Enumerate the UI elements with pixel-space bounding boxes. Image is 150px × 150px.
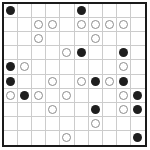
cell-r9c1[interactable] [18, 131, 32, 145]
cell-r2c7[interactable] [103, 32, 117, 46]
cell-r4c8[interactable] [117, 60, 131, 74]
black-pearl [133, 91, 142, 100]
white-pearl [77, 20, 86, 29]
cell-r3c8[interactable] [117, 46, 131, 60]
cell-r7c2[interactable] [32, 103, 46, 117]
black-pearl [6, 6, 15, 15]
cell-r7c5[interactable] [75, 103, 89, 117]
white-pearl [48, 20, 57, 29]
black-pearl [133, 133, 142, 142]
white-pearl [62, 91, 71, 100]
white-pearl [34, 91, 43, 100]
black-pearl [91, 105, 100, 114]
cell-r2c9[interactable] [131, 32, 145, 46]
black-pearl [6, 62, 15, 71]
cell-r5c6[interactable] [89, 75, 103, 89]
cell-r4c4[interactable] [60, 60, 74, 74]
cell-r0c5[interactable] [75, 4, 89, 18]
cell-r9c3[interactable] [46, 131, 60, 145]
cell-r4c5[interactable] [75, 60, 89, 74]
cell-r4c0[interactable] [4, 60, 18, 74]
white-pearl [119, 20, 128, 29]
cell-r3c7[interactable] [103, 46, 117, 60]
cell-r6c0[interactable] [4, 89, 18, 103]
cell-r0c8[interactable] [117, 4, 131, 18]
white-pearl [6, 91, 15, 100]
cell-r4c6[interactable] [89, 60, 103, 74]
cell-r1c6[interactable] [89, 18, 103, 32]
cell-r8c2[interactable] [32, 117, 46, 131]
cell-r0c4[interactable] [60, 4, 74, 18]
cell-r3c1[interactable] [18, 46, 32, 60]
cell-r5c3[interactable] [46, 75, 60, 89]
cell-r7c3[interactable] [46, 103, 60, 117]
cell-r5c9[interactable] [131, 75, 145, 89]
cell-r9c6[interactable] [89, 131, 103, 145]
cell-r3c9[interactable] [131, 46, 145, 60]
white-pearl [48, 77, 57, 86]
cell-r2c3[interactable] [46, 32, 60, 46]
cell-r5c8[interactable] [117, 75, 131, 89]
cell-r9c9[interactable] [131, 131, 145, 145]
cell-r7c4[interactable] [60, 103, 74, 117]
white-pearl [77, 77, 86, 86]
cell-r8c3[interactable] [46, 117, 60, 131]
cell-r1c5[interactable] [75, 18, 89, 32]
cell-r9c8[interactable] [117, 131, 131, 145]
white-pearl [48, 105, 57, 114]
white-pearl [119, 62, 128, 71]
cell-r9c2[interactable] [32, 131, 46, 145]
black-pearl [119, 77, 128, 86]
cell-r4c9[interactable] [131, 60, 145, 74]
cell-r5c0[interactable] [4, 75, 18, 89]
black-pearl [119, 48, 128, 57]
cell-r8c5[interactable] [75, 117, 89, 131]
cell-r6c4[interactable] [60, 89, 74, 103]
cell-r5c4[interactable] [60, 75, 74, 89]
white-pearl [62, 133, 71, 142]
white-pearl [119, 105, 128, 114]
black-pearl [133, 105, 142, 114]
cell-r2c4[interactable] [60, 32, 74, 46]
cell-r2c5[interactable] [75, 32, 89, 46]
cell-r6c1[interactable] [18, 89, 32, 103]
cell-r0c6[interactable] [89, 4, 103, 18]
cell-r2c1[interactable] [18, 32, 32, 46]
cell-r3c3[interactable] [46, 46, 60, 60]
cell-r4c2[interactable] [32, 60, 46, 74]
cell-r3c4[interactable] [60, 46, 74, 60]
cell-r3c6[interactable] [89, 46, 103, 60]
white-pearl [91, 20, 100, 29]
cell-r2c2[interactable] [32, 32, 46, 46]
cell-r6c3[interactable] [46, 89, 60, 103]
cell-r6c7[interactable] [103, 89, 117, 103]
cell-r0c3[interactable] [46, 4, 60, 18]
cell-r1c9[interactable] [131, 18, 145, 32]
cell-r6c9[interactable] [131, 89, 145, 103]
white-pearl [105, 20, 114, 29]
masyu-board [2, 2, 147, 147]
cell-r0c2[interactable] [32, 4, 46, 18]
white-pearl [20, 62, 29, 71]
cell-r4c1[interactable] [18, 60, 32, 74]
cell-r9c7[interactable] [103, 131, 117, 145]
cell-r5c2[interactable] [32, 75, 46, 89]
cell-r1c8[interactable] [117, 18, 131, 32]
cell-r5c5[interactable] [75, 75, 89, 89]
cell-r6c5[interactable] [75, 89, 89, 103]
cell-r0c7[interactable] [103, 4, 117, 18]
cell-r0c1[interactable] [18, 4, 32, 18]
cell-r4c3[interactable] [46, 60, 60, 74]
cell-r8c1[interactable] [18, 117, 32, 131]
white-pearl [91, 119, 100, 128]
cell-r6c8[interactable] [117, 89, 131, 103]
cell-r4c7[interactable] [103, 60, 117, 74]
cell-r6c2[interactable] [32, 89, 46, 103]
cell-r3c5[interactable] [75, 46, 89, 60]
cell-r1c4[interactable] [60, 18, 74, 32]
cell-r7c7[interactable] [103, 103, 117, 117]
cell-r0c9[interactable] [131, 4, 145, 18]
white-pearl [34, 20, 43, 29]
white-pearl [105, 77, 114, 86]
white-pearl [119, 91, 128, 100]
cell-r1c2[interactable] [32, 18, 46, 32]
white-pearl [62, 48, 71, 57]
cell-r3c2[interactable] [32, 46, 46, 60]
cell-r8c4[interactable] [60, 117, 74, 131]
cell-r7c9[interactable] [131, 103, 145, 117]
black-pearl [20, 91, 29, 100]
cell-r2c6[interactable] [89, 32, 103, 46]
cell-r3c0[interactable] [4, 46, 18, 60]
cell-r9c5[interactable] [75, 131, 89, 145]
cell-r0c0[interactable] [4, 4, 18, 18]
cell-r5c7[interactable] [103, 75, 117, 89]
cell-r7c6[interactable] [89, 103, 103, 117]
cell-r9c0[interactable] [4, 131, 18, 145]
masyu-puzzle-page [0, 0, 150, 150]
cell-r9c4[interactable] [60, 131, 74, 145]
cell-r6c6[interactable] [89, 89, 103, 103]
cell-r2c8[interactable] [117, 32, 131, 46]
cell-r1c0[interactable] [4, 18, 18, 32]
cell-r2c0[interactable] [4, 32, 18, 46]
cell-r7c8[interactable] [117, 103, 131, 117]
black-pearl [77, 48, 86, 57]
cell-r7c0[interactable] [4, 103, 18, 117]
white-pearl [91, 34, 100, 43]
white-pearl [34, 34, 43, 43]
cell-r8c0[interactable] [4, 117, 18, 131]
cell-r7c1[interactable] [18, 103, 32, 117]
cell-r1c7[interactable] [103, 18, 117, 32]
black-pearl [91, 77, 100, 86]
black-pearl [77, 6, 86, 15]
black-pearl [6, 77, 15, 86]
cell-r8c8[interactable] [117, 117, 131, 131]
cell-r1c3[interactable] [46, 18, 60, 32]
cell-r8c9[interactable] [131, 117, 145, 131]
cell-r5c1[interactable] [18, 75, 32, 89]
cell-r8c6[interactable] [89, 117, 103, 131]
cell-r1c1[interactable] [18, 18, 32, 32]
cell-r8c7[interactable] [103, 117, 117, 131]
